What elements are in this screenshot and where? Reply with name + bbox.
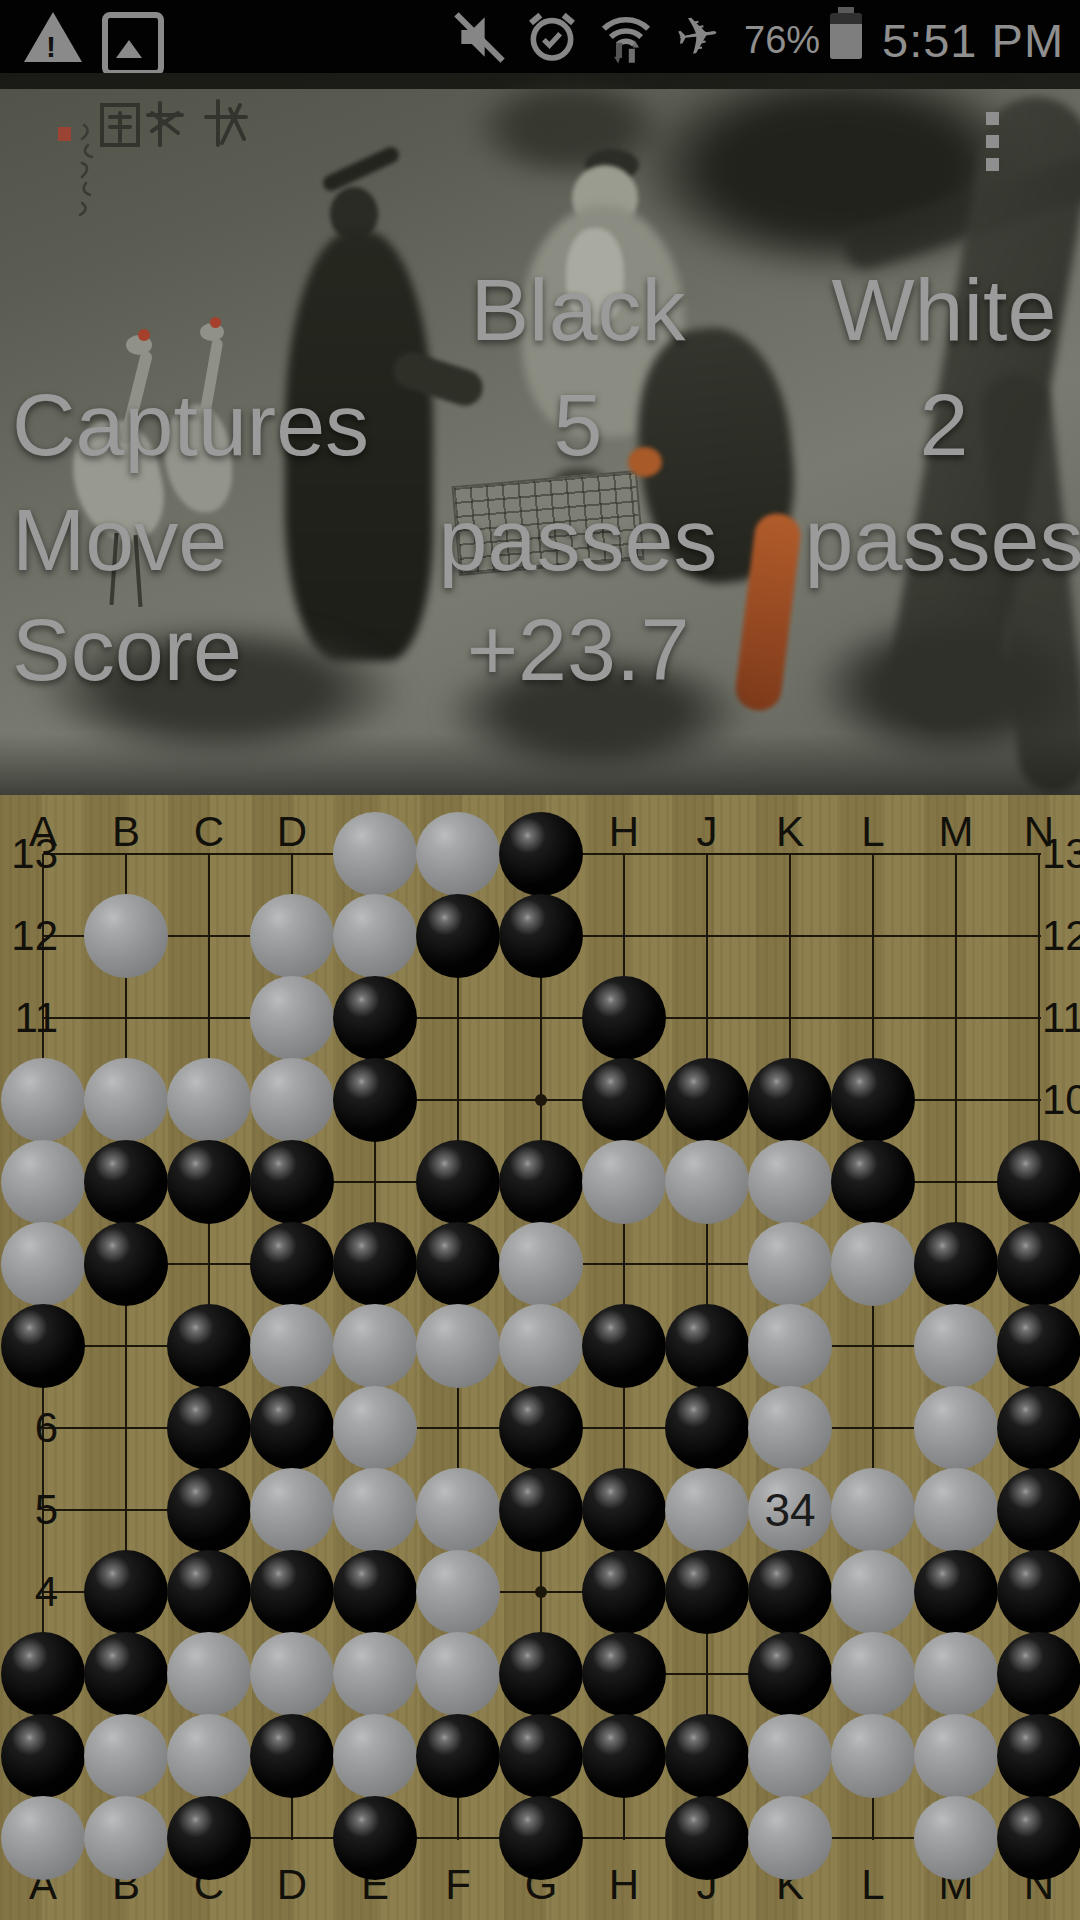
stone-black-H2[interactable]	[582, 1714, 666, 1798]
row-label-left-5: 5	[0, 1489, 58, 1531]
stone-white-B2[interactable]	[84, 1714, 168, 1798]
stone-black-H5[interactable]	[582, 1468, 666, 1552]
col-label-top-M: M	[926, 811, 986, 853]
stone-black-N2[interactable]	[997, 1714, 1080, 1798]
red-seal	[58, 127, 71, 141]
stone-black-L10[interactable]	[831, 1058, 915, 1142]
standing-figure-hairpin	[320, 144, 401, 193]
stone-white-F3[interactable]	[416, 1632, 500, 1716]
stone-white-K2[interactable]	[748, 1714, 832, 1798]
stone-white-L2[interactable]	[831, 1714, 915, 1798]
move-black-value: passes	[439, 484, 718, 596]
score-row: Score +23.7	[0, 594, 1080, 706]
stone-black-H7[interactable]	[582, 1304, 666, 1388]
go-board[interactable]: AA1313BB1212CC1111DD1010EE99FF88GG77HH66…	[0, 795, 1080, 1920]
stats-header-row: Black White	[0, 254, 1080, 366]
stone-black-N8[interactable]	[997, 1222, 1080, 1306]
stone-black-G12[interactable]	[499, 894, 583, 978]
score-black-value: +23.7	[467, 594, 690, 706]
stone-white-E5[interactable]	[333, 1468, 417, 1552]
grid-hline	[43, 1017, 1041, 1019]
stone-black-K10[interactable]	[748, 1058, 832, 1142]
score-label: Score	[12, 594, 242, 706]
stone-white-L8[interactable]	[831, 1222, 915, 1306]
col-label-bottom-F: F	[428, 1864, 488, 1906]
stone-black-K3[interactable]	[748, 1632, 832, 1716]
stone-black-H11[interactable]	[582, 976, 666, 1060]
stone-black-B4[interactable]	[84, 1550, 168, 1634]
stone-black-H10[interactable]	[582, 1058, 666, 1142]
stone-black-F2[interactable]	[416, 1714, 500, 1798]
stone-black-C7[interactable]	[167, 1304, 251, 1388]
stone-black-E4[interactable]	[333, 1550, 417, 1634]
row-label-left-4: 4	[0, 1571, 58, 1613]
stone-white-G7[interactable]	[499, 1304, 583, 1388]
menu-dot	[986, 158, 999, 171]
stone-white-M3[interactable]	[914, 1632, 998, 1716]
col-label-top-D: D	[262, 811, 322, 853]
stone-black-G5[interactable]	[499, 1468, 583, 1552]
stone-white-F13[interactable]	[416, 812, 500, 896]
stone-black-N6[interactable]	[997, 1386, 1080, 1470]
stone-white-K6[interactable]	[748, 1386, 832, 1470]
stone-black-B9[interactable]	[84, 1140, 168, 1224]
stone-black-D9[interactable]	[250, 1140, 334, 1224]
stone-black-J6[interactable]	[665, 1386, 749, 1470]
stone-white-F4[interactable]	[416, 1550, 500, 1634]
stone-black-A7[interactable]	[1, 1304, 85, 1388]
stone-black-A2[interactable]	[1, 1714, 85, 1798]
overflow-menu-icon[interactable]	[986, 112, 1008, 184]
stone-black-G6[interactable]	[499, 1386, 583, 1470]
stone-black-B8[interactable]	[84, 1222, 168, 1306]
stone-white-L4[interactable]	[831, 1550, 915, 1634]
battery-icon	[830, 13, 862, 59]
stone-black-H3[interactable]	[582, 1632, 666, 1716]
stone-black-J1[interactable]	[665, 1796, 749, 1880]
status-bar: ! ✈ 76% 5:51 PM	[0, 0, 1080, 73]
stone-black-N7[interactable]	[997, 1304, 1080, 1388]
stone-white-F7[interactable]	[416, 1304, 500, 1388]
stone-white-M7[interactable]	[914, 1304, 998, 1388]
stone-white-A1[interactable]	[1, 1796, 85, 1880]
screen: ! ✈ 76% 5:51 PM	[0, 0, 1080, 1920]
stone-black-M4[interactable]	[914, 1550, 998, 1634]
col-label-top-N: N	[1009, 811, 1069, 853]
stone-white-K1[interactable]	[748, 1796, 832, 1880]
wifi-icon	[598, 9, 654, 65]
captures-black-value: 5	[554, 369, 603, 481]
stone-white-H9[interactable]	[582, 1140, 666, 1224]
stone-white-D11[interactable]	[250, 976, 334, 1060]
menu-dot	[986, 112, 999, 125]
stone-black-C1[interactable]	[167, 1796, 251, 1880]
stone-black-C4[interactable]	[167, 1550, 251, 1634]
white-column-header: White	[832, 254, 1057, 366]
stone-white-C3[interactable]	[167, 1632, 251, 1716]
stone-white-A9[interactable]	[1, 1140, 85, 1224]
stone-white-J5[interactable]	[665, 1468, 749, 1552]
stone-white-E12[interactable]	[333, 894, 417, 978]
col-label-top-C: C	[179, 811, 239, 853]
move-white-value: passes	[805, 484, 1080, 596]
captures-row: Captures 5 2	[0, 369, 1080, 481]
warning-bang: !	[46, 30, 56, 64]
stone-black-G3[interactable]	[499, 1632, 583, 1716]
stone-black-N9[interactable]	[997, 1140, 1080, 1224]
stone-white-K9[interactable]	[748, 1140, 832, 1224]
stone-white-E3[interactable]	[333, 1632, 417, 1716]
stone-black-G13[interactable]	[499, 812, 583, 896]
stone-black-G9[interactable]	[499, 1140, 583, 1224]
stone-black-B3[interactable]	[84, 1632, 168, 1716]
ground-shadow	[0, 733, 1080, 795]
stone-black-N4[interactable]	[997, 1550, 1080, 1634]
stone-black-N5[interactable]	[997, 1468, 1080, 1552]
stone-white-E6[interactable]	[333, 1386, 417, 1470]
stone-white-E7[interactable]	[333, 1304, 417, 1388]
stone-white-A10[interactable]	[1, 1058, 85, 1142]
stone-black-G1[interactable]	[499, 1796, 583, 1880]
stone-black-E1[interactable]	[333, 1796, 417, 1880]
stone-black-E10[interactable]	[333, 1058, 417, 1142]
stone-black-L9[interactable]	[831, 1140, 915, 1224]
mute-icon	[452, 9, 508, 65]
stone-white-C2[interactable]	[167, 1714, 251, 1798]
stone-black-C6[interactable]	[167, 1386, 251, 1470]
hoshi-G4	[535, 1586, 547, 1598]
col-label-top-H: H	[594, 811, 654, 853]
stone-black-J10[interactable]	[665, 1058, 749, 1142]
row-label-right-10: 10	[1042, 1079, 1080, 1121]
move-label: Move	[12, 484, 227, 596]
stone-white-M2[interactable]	[914, 1714, 998, 1798]
col-label-top-J: J	[677, 811, 737, 853]
stone-black-G2[interactable]	[499, 1714, 583, 1798]
stone-white-J9[interactable]	[665, 1140, 749, 1224]
alarm-icon	[524, 9, 580, 65]
warning-icon: !	[0, 0, 110, 73]
row-label-right-11: 11	[1042, 997, 1080, 1039]
stone-white-E2[interactable]	[333, 1714, 417, 1798]
stone-black-D2[interactable]	[250, 1714, 334, 1798]
row-label-left-12: 12	[0, 915, 58, 957]
hoshi-G10	[535, 1094, 547, 1106]
stone-black-D8[interactable]	[250, 1222, 334, 1306]
stone-white-L5[interactable]	[831, 1468, 915, 1552]
stone-black-K4[interactable]	[748, 1550, 832, 1634]
stone-black-H4[interactable]	[582, 1550, 666, 1634]
stone-black-N3[interactable]	[997, 1632, 1080, 1716]
header-painting: Black White Captures 5 2 Move passes pas…	[0, 73, 1080, 795]
stone-white-E13[interactable]	[333, 812, 417, 896]
painting-title-calligraphy	[40, 87, 270, 237]
stone-white-L3[interactable]	[831, 1632, 915, 1716]
stone-black-C5[interactable]	[167, 1468, 251, 1552]
stone-black-J4[interactable]	[665, 1550, 749, 1634]
row-label-right-12: 12	[1042, 915, 1080, 957]
stone-white-D3[interactable]	[250, 1632, 334, 1716]
stone-black-F9[interactable]	[416, 1140, 500, 1224]
menu-dot	[986, 135, 999, 148]
battery-cap	[838, 7, 854, 13]
stone-black-M8[interactable]	[914, 1222, 998, 1306]
stone-white-D5[interactable]	[250, 1468, 334, 1552]
stone-white-F5[interactable]	[416, 1468, 500, 1552]
col-label-bottom-D: D	[262, 1864, 322, 1906]
stone-white-D12[interactable]	[250, 894, 334, 978]
stone-black-D6[interactable]	[250, 1386, 334, 1470]
battery-percent: 76%	[744, 19, 820, 62]
stone-white-K8[interactable]	[748, 1222, 832, 1306]
stone-white-B12[interactable]	[84, 894, 168, 978]
stone-black-J2[interactable]	[665, 1714, 749, 1798]
stone-white-M6[interactable]	[914, 1386, 998, 1470]
captures-white-value: 2	[920, 369, 969, 481]
stone-black-N1[interactable]	[997, 1796, 1080, 1880]
row-label-left-6: 6	[0, 1407, 58, 1449]
move-row: Move passes passes	[0, 484, 1080, 596]
airplane-icon: ✈	[672, 3, 724, 68]
stone-white-M5[interactable]	[914, 1468, 998, 1552]
col-label-bottom-H: H	[594, 1864, 654, 1906]
stone-black-E11[interactable]	[333, 976, 417, 1060]
stone-black-C9[interactable]	[167, 1140, 251, 1224]
battery-fill	[830, 24, 862, 59]
col-label-bottom-L: L	[843, 1864, 903, 1906]
stone-black-A3[interactable]	[1, 1632, 85, 1716]
stone-black-D4[interactable]	[250, 1550, 334, 1634]
stone-white-G8[interactable]	[499, 1222, 583, 1306]
row-label-left-11: 11	[0, 997, 58, 1039]
col-label-top-B: B	[96, 811, 156, 853]
captures-label: Captures	[12, 369, 369, 481]
move-number-label: 34	[764, 1487, 815, 1533]
stone-white-C10[interactable]	[167, 1058, 251, 1142]
image-icon	[102, 12, 164, 76]
col-label-top-L: L	[843, 811, 903, 853]
stone-white-D7[interactable]	[250, 1304, 334, 1388]
stone-white-D10[interactable]	[250, 1058, 334, 1142]
stone-white-A8[interactable]	[1, 1222, 85, 1306]
clock: 5:51 PM	[882, 13, 1064, 68]
stone-white-B10[interactable]	[84, 1058, 168, 1142]
col-label-top-K: K	[760, 811, 820, 853]
stone-black-F8[interactable]	[416, 1222, 500, 1306]
black-column-header: Black	[470, 254, 685, 366]
image-mountain	[116, 40, 142, 58]
stone-black-F12[interactable]	[416, 894, 500, 978]
stone-white-M1[interactable]	[914, 1796, 998, 1880]
stone-white-B1[interactable]	[84, 1796, 168, 1880]
stone-black-E8[interactable]	[333, 1222, 417, 1306]
foliage-mass-2	[430, 73, 710, 203]
stone-black-J7[interactable]	[665, 1304, 749, 1388]
row-label-left-13: 13	[0, 833, 58, 875]
stone-white-K7[interactable]	[748, 1304, 832, 1388]
